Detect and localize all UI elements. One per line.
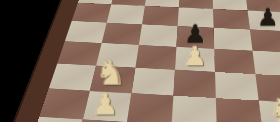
square-a7[interactable]: [72, 3, 112, 23]
square-b6[interactable]: [102, 23, 142, 45]
square-c3[interactable]: [127, 93, 173, 122]
white-pawn-d5[interactable]: ♟: [183, 42, 207, 69]
square-b7[interactable]: [107, 4, 145, 24]
white-knight-f3[interactable]: ♞: [268, 92, 280, 122]
square-b3[interactable]: ♟: [83, 91, 132, 122]
square-c7[interactable]: [142, 6, 179, 26]
square-f5[interactable]: [253, 51, 280, 77]
square-f6[interactable]: [250, 30, 280, 53]
square-a3[interactable]: [39, 89, 90, 120]
square-c5[interactable]: [135, 45, 176, 70]
square-a6[interactable]: [65, 21, 107, 43]
square-e3[interactable]: [216, 98, 263, 122]
square-f3[interactable]: ♞: [259, 101, 280, 122]
square-d5[interactable]: ♟: [175, 47, 215, 72]
square-a2[interactable]: [28, 117, 83, 122]
square-e6[interactable]: [214, 28, 253, 51]
square-d4[interactable]: [173, 70, 215, 98]
square-c4[interactable]: [131, 68, 175, 96]
white-pawn-b3[interactable]: ♟: [92, 89, 119, 119]
square-a4[interactable]: [49, 64, 96, 91]
square-f7[interactable]: ♟: [248, 11, 280, 32]
square-c6[interactable]: [139, 24, 178, 46]
chess-board: ♟♝♟♟♞♟♞♟♟♜♝♛♚: [0, 0, 280, 122]
white-knight-b4[interactable]: ♞: [96, 56, 127, 90]
square-e7[interactable]: [213, 9, 250, 30]
square-d3[interactable]: [172, 96, 217, 122]
black-pawn-f7[interactable]: ♟: [257, 5, 279, 29]
chess-screenshot: ♟♝♟♟♞♟♞♟♟♜♝♛♚: [0, 0, 280, 122]
square-e4[interactable]: [215, 72, 259, 101]
square-b2[interactable]: [75, 119, 127, 122]
square-e5[interactable]: [214, 49, 255, 74]
board-scene: ♟♝♟♟♞♟♞♟♟♜♝♛♚: [0, 0, 280, 122]
